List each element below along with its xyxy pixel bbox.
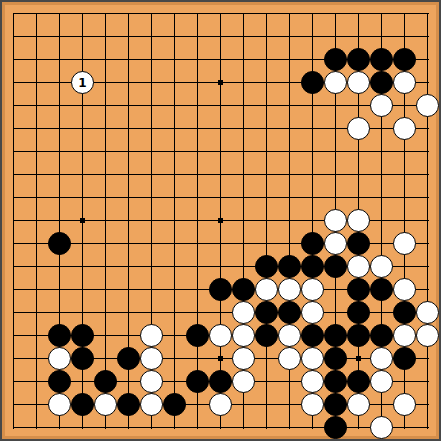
black-stone[interactable]	[347, 370, 370, 393]
white-stone[interactable]	[324, 232, 347, 255]
white-stone[interactable]	[416, 324, 439, 347]
white-stone[interactable]	[301, 370, 324, 393]
white-stone[interactable]	[301, 393, 324, 416]
white-stone[interactable]	[370, 255, 393, 278]
black-stone[interactable]	[301, 232, 324, 255]
black-stone[interactable]	[71, 393, 94, 416]
black-stone[interactable]	[209, 370, 232, 393]
black-stone[interactable]	[255, 255, 278, 278]
black-stone[interactable]	[393, 48, 416, 71]
white-stone[interactable]	[393, 232, 416, 255]
white-stone[interactable]	[370, 347, 393, 370]
white-stone[interactable]	[140, 393, 163, 416]
black-stone[interactable]	[255, 324, 278, 347]
white-stone[interactable]	[347, 71, 370, 94]
white-stone[interactable]	[48, 393, 71, 416]
black-stone[interactable]	[370, 278, 393, 301]
white-stone[interactable]	[393, 393, 416, 416]
white-stone[interactable]	[140, 324, 163, 347]
white-stone[interactable]	[140, 347, 163, 370]
white-stone[interactable]	[301, 347, 324, 370]
white-stone[interactable]	[209, 393, 232, 416]
black-stone[interactable]	[232, 278, 255, 301]
star-point	[218, 80, 223, 85]
white-stone[interactable]	[301, 278, 324, 301]
white-stone[interactable]	[370, 370, 393, 393]
white-stone[interactable]	[94, 393, 117, 416]
star-point	[218, 356, 223, 361]
white-stone[interactable]	[347, 393, 370, 416]
star-point	[356, 356, 361, 361]
white-stone[interactable]	[347, 255, 370, 278]
white-stone[interactable]	[393, 324, 416, 347]
white-stone[interactable]	[278, 347, 301, 370]
black-stone[interactable]	[324, 347, 347, 370]
black-stone[interactable]	[48, 324, 71, 347]
black-stone[interactable]	[48, 232, 71, 255]
white-stone[interactable]	[232, 301, 255, 324]
black-stone[interactable]	[94, 370, 117, 393]
black-stone[interactable]	[186, 324, 209, 347]
star-point	[218, 218, 223, 223]
black-stone[interactable]	[324, 324, 347, 347]
black-stone[interactable]	[209, 278, 232, 301]
black-stone[interactable]	[324, 370, 347, 393]
black-stone[interactable]	[370, 324, 393, 347]
white-stone[interactable]	[324, 71, 347, 94]
black-stone[interactable]	[117, 347, 140, 370]
black-stone[interactable]	[301, 71, 324, 94]
white-stone[interactable]: 1	[71, 71, 94, 94]
star-point	[80, 218, 85, 223]
white-stone[interactable]	[48, 347, 71, 370]
black-stone[interactable]	[347, 48, 370, 71]
white-stone[interactable]	[416, 301, 439, 324]
move-number-label: 1	[78, 77, 86, 89]
black-stone[interactable]	[324, 393, 347, 416]
black-stone[interactable]	[278, 255, 301, 278]
white-stone[interactable]	[301, 301, 324, 324]
black-stone[interactable]	[117, 393, 140, 416]
black-stone[interactable]	[48, 370, 71, 393]
black-stone[interactable]	[255, 301, 278, 324]
white-stone[interactable]	[347, 117, 370, 140]
white-stone[interactable]	[347, 209, 370, 232]
black-stone[interactable]	[324, 48, 347, 71]
white-stone[interactable]	[393, 117, 416, 140]
black-stone[interactable]	[393, 347, 416, 370]
white-stone[interactable]	[140, 370, 163, 393]
white-stone[interactable]	[278, 278, 301, 301]
go-board[interactable]: 1	[0, 0, 441, 441]
black-stone[interactable]	[370, 71, 393, 94]
black-stone[interactable]	[347, 278, 370, 301]
white-stone[interactable]	[370, 416, 393, 439]
black-stone[interactable]	[347, 301, 370, 324]
black-stone[interactable]	[71, 347, 94, 370]
white-stone[interactable]	[416, 94, 439, 117]
black-stone[interactable]	[301, 255, 324, 278]
white-stone[interactable]	[209, 324, 232, 347]
white-stone[interactable]	[232, 347, 255, 370]
black-stone[interactable]	[393, 301, 416, 324]
black-stone[interactable]	[370, 48, 393, 71]
black-stone[interactable]	[301, 324, 324, 347]
black-stone[interactable]	[186, 370, 209, 393]
white-stone[interactable]	[278, 324, 301, 347]
black-stone[interactable]	[324, 255, 347, 278]
black-stone[interactable]	[347, 324, 370, 347]
white-stone[interactable]	[393, 278, 416, 301]
white-stone[interactable]	[393, 71, 416, 94]
white-stone[interactable]	[324, 209, 347, 232]
white-stone[interactable]	[255, 278, 278, 301]
white-stone[interactable]	[232, 370, 255, 393]
black-stone[interactable]	[347, 232, 370, 255]
black-stone[interactable]	[71, 324, 94, 347]
black-stone[interactable]	[278, 301, 301, 324]
white-stone[interactable]	[370, 94, 393, 117]
black-stone[interactable]	[163, 393, 186, 416]
white-stone[interactable]	[232, 324, 255, 347]
black-stone[interactable]	[324, 416, 347, 439]
